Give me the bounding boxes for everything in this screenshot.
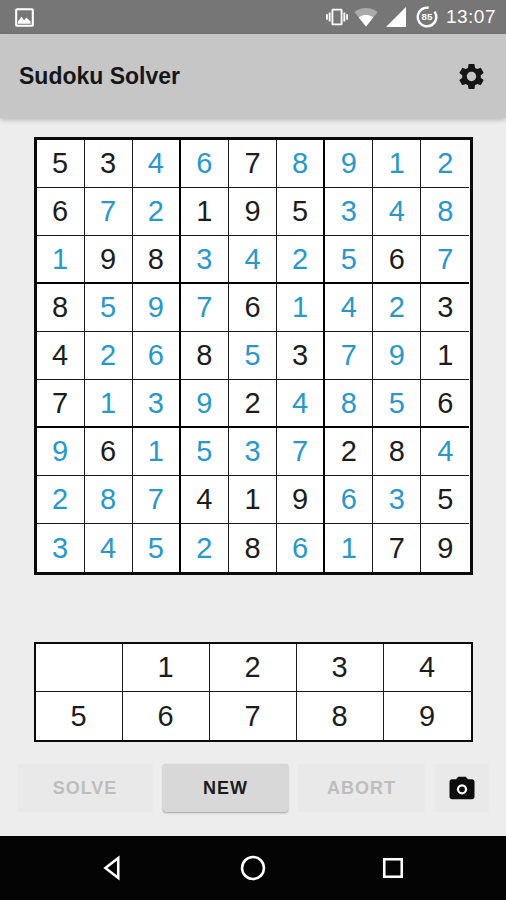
sudoku-cell[interactable]: 5 — [421, 476, 469, 524]
sudoku-cell[interactable]: 9 — [277, 476, 325, 524]
sudoku-cell[interactable]: 1 — [373, 140, 421, 188]
sudoku-cell[interactable]: 1 — [133, 428, 181, 476]
sudoku-cell[interactable]: 6 — [133, 332, 181, 380]
picker-cell[interactable]: 7 — [210, 692, 297, 740]
sudoku-cell[interactable]: 4 — [277, 380, 325, 428]
sudoku-cell[interactable]: 8 — [133, 236, 181, 284]
sudoku-cell[interactable]: 5 — [325, 236, 373, 284]
new-button[interactable]: NEW — [163, 764, 288, 812]
sudoku-cell[interactable]: 8 — [325, 380, 373, 428]
picker-cell[interactable]: 9 — [384, 692, 471, 740]
sudoku-cell[interactable]: 4 — [373, 188, 421, 236]
sudoku-cell[interactable]: 7 — [229, 140, 277, 188]
sudoku-cell[interactable]: 4 — [229, 236, 277, 284]
picker-cell[interactable]: 6 — [123, 692, 210, 740]
sudoku-cell[interactable]: 6 — [325, 476, 373, 524]
sudoku-cell[interactable]: 8 — [277, 140, 325, 188]
sudoku-cell[interactable]: 1 — [229, 476, 277, 524]
picker-cell[interactable]: 5 — [36, 692, 123, 740]
sudoku-cell[interactable]: 7 — [277, 428, 325, 476]
sudoku-cell[interactable]: 7 — [85, 188, 133, 236]
sudoku-cell[interactable]: 2 — [229, 380, 277, 428]
sudoku-board: 5346789126721953481983425678597614234268… — [34, 137, 473, 575]
sudoku-cell[interactable]: 3 — [85, 140, 133, 188]
sudoku-cell[interactable]: 9 — [373, 332, 421, 380]
camera-button[interactable] — [435, 764, 489, 812]
home-icon[interactable] — [239, 854, 267, 882]
sudoku-cell[interactable]: 4 — [37, 332, 85, 380]
picker-cell[interactable]: 1 — [123, 644, 210, 692]
android-nav-bar — [0, 836, 506, 900]
number-picker: 123456789 — [34, 642, 473, 742]
battery-icon: 85 — [414, 4, 440, 30]
sudoku-cell[interactable]: 9 — [37, 428, 85, 476]
sudoku-cell[interactable]: 2 — [181, 524, 229, 572]
sudoku-cell[interactable]: 9 — [133, 284, 181, 332]
sudoku-cell[interactable]: 6 — [277, 524, 325, 572]
sudoku-cell[interactable]: 9 — [85, 236, 133, 284]
status-bar-clock: 13:07 — [446, 6, 496, 28]
sudoku-cell[interactable]: 7 — [37, 380, 85, 428]
sudoku-cell[interactable]: 3 — [181, 236, 229, 284]
sudoku-cell[interactable]: 5 — [181, 428, 229, 476]
sudoku-cell[interactable]: 8 — [85, 476, 133, 524]
sudoku-cell[interactable]: 5 — [133, 524, 181, 572]
sudoku-cell[interactable]: 5 — [277, 188, 325, 236]
sudoku-cell[interactable]: 2 — [133, 188, 181, 236]
picker-cell[interactable]: 3 — [297, 644, 384, 692]
sudoku-cell[interactable]: 3 — [373, 476, 421, 524]
sudoku-cell[interactable]: 6 — [85, 428, 133, 476]
sudoku-cell[interactable]: 1 — [421, 332, 469, 380]
sudoku-cell[interactable]: 9 — [229, 188, 277, 236]
sudoku-cell[interactable]: 4 — [181, 476, 229, 524]
sudoku-cell[interactable]: 3 — [277, 332, 325, 380]
picker-cell-empty[interactable] — [36, 644, 123, 692]
sudoku-cell[interactable]: 4 — [133, 140, 181, 188]
picker-cell[interactable]: 4 — [384, 644, 471, 692]
status-bar: 85 13:07 — [0, 0, 506, 34]
sudoku-cell[interactable]: 2 — [85, 332, 133, 380]
sudoku-cell[interactable]: 9 — [325, 140, 373, 188]
sudoku-cell[interactable]: 1 — [181, 188, 229, 236]
solve-button[interactable]: SOLVE — [17, 764, 153, 812]
battery-percent: 85 — [422, 11, 433, 22]
picker-cell[interactable]: 8 — [297, 692, 384, 740]
sudoku-cell[interactable]: 2 — [37, 476, 85, 524]
picker-cell[interactable]: 2 — [210, 644, 297, 692]
sudoku-cell[interactable]: 2 — [325, 428, 373, 476]
sudoku-cell[interactable]: 3 — [421, 284, 469, 332]
wifi-icon — [354, 5, 378, 29]
sudoku-cell[interactable]: 1 — [277, 284, 325, 332]
sudoku-cell[interactable]: 8 — [181, 332, 229, 380]
sudoku-cell[interactable]: 1 — [85, 380, 133, 428]
signal-icon — [384, 5, 408, 29]
sudoku-cell[interactable]: 5 — [229, 332, 277, 380]
gear-icon[interactable] — [456, 61, 487, 92]
sudoku-cell[interactable]: 2 — [421, 140, 469, 188]
sudoku-cell[interactable]: 7 — [133, 476, 181, 524]
sudoku-cell[interactable]: 9 — [181, 380, 229, 428]
sudoku-cell[interactable]: 6 — [421, 380, 469, 428]
camera-icon — [447, 773, 477, 803]
sudoku-cell[interactable]: 4 — [85, 524, 133, 572]
sudoku-cell[interactable]: 8 — [37, 284, 85, 332]
sudoku-cell[interactable]: 3 — [325, 188, 373, 236]
sudoku-cell[interactable]: 3 — [229, 428, 277, 476]
sudoku-cell[interactable]: 1 — [325, 524, 373, 572]
sudoku-cell[interactable]: 2 — [373, 284, 421, 332]
sudoku-cell[interactable]: 5 — [373, 380, 421, 428]
sudoku-cell[interactable]: 5 — [37, 140, 85, 188]
sudoku-cell[interactable]: 8 — [421, 188, 469, 236]
sudoku-cell[interactable]: 7 — [373, 524, 421, 572]
screenshot-icon — [14, 7, 35, 28]
abort-button[interactable]: ABORT — [298, 764, 425, 812]
sudoku-cell[interactable]: 4 — [325, 284, 373, 332]
recents-icon[interactable] — [379, 854, 407, 882]
sudoku-cell[interactable]: 2 — [277, 236, 325, 284]
sudoku-cell[interactable]: 4 — [421, 428, 469, 476]
action-buttons: SOLVE NEW ABORT — [17, 764, 489, 812]
sudoku-cell[interactable]: 7 — [325, 332, 373, 380]
back-icon[interactable] — [99, 854, 127, 882]
sudoku-cell[interactable]: 6 — [229, 284, 277, 332]
sudoku-cell[interactable]: 1 — [37, 236, 85, 284]
app-bar: Sudoku Solver — [0, 34, 506, 118]
sudoku-cell[interactable]: 3 — [133, 380, 181, 428]
sudoku-cell[interactable]: 5 — [85, 284, 133, 332]
sudoku-cell[interactable]: 3 — [37, 524, 85, 572]
sudoku-cell[interactable]: 7 — [181, 284, 229, 332]
sudoku-cell[interactable]: 7 — [421, 236, 469, 284]
sudoku-cell[interactable]: 6 — [37, 188, 85, 236]
sudoku-cell[interactable]: 6 — [181, 140, 229, 188]
sudoku-cell[interactable]: 6 — [373, 236, 421, 284]
vibrate-icon — [326, 6, 348, 28]
sudoku-cell[interactable]: 9 — [421, 524, 469, 572]
sudoku-cell[interactable]: 8 — [373, 428, 421, 476]
sudoku-cell[interactable]: 8 — [229, 524, 277, 572]
page-title: Sudoku Solver — [19, 63, 456, 90]
